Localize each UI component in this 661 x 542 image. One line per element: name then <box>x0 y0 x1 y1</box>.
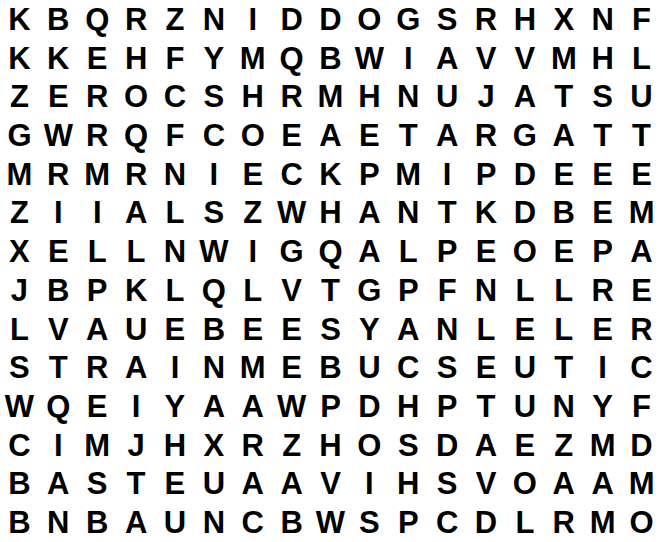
grid-cell[interactable]: M <box>622 465 661 504</box>
grid-cell[interactable]: Q <box>311 232 350 271</box>
grid-cell[interactable]: H <box>117 39 156 78</box>
grid-cell[interactable]: N <box>194 0 233 39</box>
grid-cell[interactable]: S <box>428 465 467 504</box>
grid-cell[interactable]: E <box>78 39 117 78</box>
grid-cell[interactable]: V <box>272 271 311 310</box>
grid-cell[interactable]: E <box>233 310 272 349</box>
grid-cell[interactable]: M <box>78 426 117 465</box>
grid-cell[interactable]: G <box>0 116 39 155</box>
grid-cell[interactable]: M <box>389 155 428 194</box>
grid-cell[interactable]: U <box>505 387 544 426</box>
grid-cell[interactable]: P <box>428 232 467 271</box>
grid-cell[interactable]: F <box>428 271 467 310</box>
grid-cell[interactable]: N <box>583 0 622 39</box>
grid-cell[interactable]: T <box>428 194 467 233</box>
grid-cell[interactable]: E <box>583 310 622 349</box>
grid-cell[interactable]: L <box>467 310 506 349</box>
grid-cell[interactable]: Z <box>544 426 583 465</box>
grid-cell[interactable]: R <box>272 77 311 116</box>
grid-cell[interactable]: S <box>194 194 233 233</box>
grid-cell[interactable]: I <box>39 426 78 465</box>
grid-cell[interactable]: J <box>0 271 39 310</box>
grid-cell[interactable]: T <box>544 77 583 116</box>
grid-cell[interactable]: S <box>428 348 467 387</box>
grid-cell[interactable]: N <box>156 155 195 194</box>
grid-cell[interactable]: W <box>272 194 311 233</box>
grid-cell[interactable]: I <box>194 155 233 194</box>
grid-cell[interactable]: Y <box>156 387 195 426</box>
grid-cell[interactable]: E <box>622 155 661 194</box>
grid-cell[interactable]: R <box>622 310 661 349</box>
grid-cell[interactable]: A <box>428 39 467 78</box>
grid-cell[interactable]: F <box>622 0 661 39</box>
grid-cell[interactable]: A <box>583 465 622 504</box>
grid-cell[interactable]: N <box>194 503 233 542</box>
grid-cell[interactable]: Z <box>233 194 272 233</box>
grid-cell[interactable]: N <box>389 77 428 116</box>
grid-cell[interactable]: R <box>117 155 156 194</box>
grid-cell[interactable]: W <box>0 387 39 426</box>
grid-cell[interactable]: U <box>505 348 544 387</box>
grid-cell[interactable]: E <box>544 232 583 271</box>
grid-cell[interactable]: H <box>389 465 428 504</box>
grid-cell[interactable]: Y <box>583 387 622 426</box>
grid-cell[interactable]: L <box>622 39 661 78</box>
grid-cell[interactable]: H <box>233 77 272 116</box>
grid-cell[interactable]: L <box>505 271 544 310</box>
grid-cell[interactable]: P <box>311 387 350 426</box>
grid-cell[interactable]: A <box>233 465 272 504</box>
grid-cell[interactable]: O <box>505 232 544 271</box>
grid-cell[interactable]: E <box>233 155 272 194</box>
grid-cell[interactable]: B <box>0 503 39 542</box>
grid-cell[interactable]: P <box>583 232 622 271</box>
grid-cell[interactable]: P <box>389 271 428 310</box>
grid-cell[interactable]: M <box>544 39 583 78</box>
grid-cell[interactable]: E <box>583 194 622 233</box>
grid-cell[interactable]: P <box>350 155 389 194</box>
grid-cell[interactable]: C <box>389 348 428 387</box>
grid-cell[interactable]: V <box>467 465 506 504</box>
grid-cell[interactable]: R <box>39 155 78 194</box>
grid-cell[interactable]: E <box>39 77 78 116</box>
grid-cell[interactable]: U <box>622 77 661 116</box>
grid-cell[interactable]: I <box>233 232 272 271</box>
grid-cell[interactable]: L <box>544 310 583 349</box>
grid-cell[interactable]: D <box>467 503 506 542</box>
grid-cell[interactable]: R <box>467 0 506 39</box>
grid-cell[interactable]: I <box>233 0 272 39</box>
grid-cell[interactable]: K <box>39 39 78 78</box>
grid-cell[interactable]: R <box>467 116 506 155</box>
grid-cell[interactable]: I <box>389 39 428 78</box>
grid-cell[interactable]: E <box>622 271 661 310</box>
grid-cell[interactable]: N <box>467 271 506 310</box>
grid-cell[interactable]: W <box>194 232 233 271</box>
grid-cell[interactable]: E <box>505 310 544 349</box>
grid-cell[interactable]: G <box>505 116 544 155</box>
grid-cell[interactable]: Z <box>0 77 39 116</box>
grid-cell[interactable]: D <box>311 0 350 39</box>
grid-cell[interactable]: T <box>583 116 622 155</box>
grid-cell[interactable]: U <box>350 348 389 387</box>
grid-cell[interactable]: C <box>233 503 272 542</box>
grid-cell[interactable]: K <box>467 194 506 233</box>
grid-cell[interactable]: C <box>622 348 661 387</box>
grid-cell[interactable]: A <box>389 310 428 349</box>
grid-cell[interactable]: T <box>467 387 506 426</box>
grid-cell[interactable]: I <box>78 194 117 233</box>
grid-cell[interactable]: Q <box>272 39 311 78</box>
grid-cell[interactable]: H <box>156 426 195 465</box>
grid-cell[interactable]: G <box>272 232 311 271</box>
grid-cell[interactable]: Y <box>350 310 389 349</box>
grid-cell[interactable]: L <box>505 503 544 542</box>
grid-cell[interactable]: E <box>544 155 583 194</box>
grid-cell[interactable]: X <box>194 426 233 465</box>
grid-cell[interactable]: L <box>156 194 195 233</box>
grid-cell[interactable]: O <box>622 503 661 542</box>
grid-cell[interactable]: B <box>544 194 583 233</box>
grid-cell[interactable]: E <box>505 426 544 465</box>
grid-cell[interactable]: C <box>272 155 311 194</box>
grid-cell[interactable]: T <box>311 271 350 310</box>
grid-cell[interactable]: H <box>389 387 428 426</box>
grid-cell[interactable]: N <box>389 194 428 233</box>
grid-cell[interactable]: H <box>505 0 544 39</box>
grid-cell[interactable]: R <box>78 77 117 116</box>
grid-cell[interactable]: A <box>428 116 467 155</box>
grid-cell[interactable]: H <box>311 194 350 233</box>
grid-cell[interactable]: B <box>0 465 39 504</box>
grid-cell[interactable]: E <box>78 387 117 426</box>
grid-cell[interactable]: I <box>39 194 78 233</box>
grid-cell[interactable]: K <box>0 39 39 78</box>
grid-cell[interactable]: T <box>117 465 156 504</box>
grid-cell[interactable]: O <box>233 116 272 155</box>
grid-cell[interactable]: W <box>272 387 311 426</box>
grid-cell[interactable]: R <box>117 0 156 39</box>
grid-cell[interactable]: E <box>467 348 506 387</box>
grid-cell[interactable]: P <box>389 503 428 542</box>
grid-cell[interactable]: V <box>505 39 544 78</box>
grid-cell[interactable]: N <box>544 387 583 426</box>
grid-cell[interactable]: I <box>117 387 156 426</box>
grid-cell[interactable]: E <box>272 310 311 349</box>
grid-cell[interactable]: B <box>311 348 350 387</box>
grid-cell[interactable]: L <box>78 232 117 271</box>
grid-cell[interactable]: E <box>272 116 311 155</box>
grid-cell[interactable]: M <box>233 348 272 387</box>
grid-cell[interactable]: C <box>156 77 195 116</box>
grid-cell[interactable]: N <box>156 232 195 271</box>
grid-cell[interactable]: A <box>622 232 661 271</box>
grid-cell[interactable]: S <box>389 426 428 465</box>
grid-cell[interactable]: Z <box>272 426 311 465</box>
grid-cell[interactable]: A <box>117 503 156 542</box>
grid-cell[interactable]: T <box>544 348 583 387</box>
grid-cell[interactable]: D <box>622 426 661 465</box>
grid-cell[interactable]: D <box>350 387 389 426</box>
grid-cell[interactable]: C <box>428 503 467 542</box>
grid-cell[interactable]: C <box>0 426 39 465</box>
grid-cell[interactable]: U <box>194 465 233 504</box>
grid-cell[interactable]: Q <box>194 271 233 310</box>
grid-cell[interactable]: I <box>583 348 622 387</box>
grid-cell[interactable]: M <box>583 503 622 542</box>
grid-cell[interactable]: V <box>467 39 506 78</box>
grid-cell[interactable]: G <box>350 271 389 310</box>
grid-cell[interactable]: S <box>428 0 467 39</box>
grid-cell[interactable]: L <box>156 271 195 310</box>
grid-cell[interactable]: K <box>311 155 350 194</box>
grid-cell[interactable]: O <box>505 465 544 504</box>
grid-cell[interactable]: S <box>194 77 233 116</box>
grid-cell[interactable]: S <box>0 348 39 387</box>
grid-cell[interactable]: K <box>0 0 39 39</box>
grid-cell[interactable]: B <box>78 503 117 542</box>
grid-cell[interactable]: R <box>544 503 583 542</box>
grid-cell[interactable]: M <box>233 39 272 78</box>
grid-cell[interactable]: P <box>467 155 506 194</box>
grid-cell[interactable]: Z <box>0 194 39 233</box>
grid-cell[interactable]: U <box>156 503 195 542</box>
grid-cell[interactable]: A <box>467 426 506 465</box>
grid-cell[interactable]: I <box>350 465 389 504</box>
grid-cell[interactable]: K <box>117 271 156 310</box>
grid-cell[interactable]: A <box>311 116 350 155</box>
grid-cell[interactable]: N <box>428 310 467 349</box>
grid-cell[interactable]: T <box>39 348 78 387</box>
grid-cell[interactable]: Y <box>194 39 233 78</box>
grid-cell[interactable]: V <box>311 465 350 504</box>
grid-cell[interactable]: B <box>272 503 311 542</box>
grid-cell[interactable]: E <box>156 465 195 504</box>
grid-cell[interactable]: W <box>39 116 78 155</box>
grid-cell[interactable]: L <box>389 232 428 271</box>
grid-cell[interactable]: R <box>78 116 117 155</box>
grid-cell[interactable]: A <box>544 116 583 155</box>
grid-cell[interactable]: F <box>156 39 195 78</box>
grid-cell[interactable]: P <box>428 387 467 426</box>
grid-cell[interactable]: P <box>78 271 117 310</box>
grid-cell[interactable]: S <box>78 465 117 504</box>
grid-cell[interactable]: I <box>156 348 195 387</box>
grid-cell[interactable]: R <box>583 271 622 310</box>
grid-cell[interactable]: H <box>350 77 389 116</box>
grid-cell[interactable]: Q <box>117 116 156 155</box>
grid-cell[interactable]: M <box>311 77 350 116</box>
grid-cell[interactable]: D <box>272 0 311 39</box>
grid-cell[interactable]: M <box>78 155 117 194</box>
grid-cell[interactable]: O <box>350 0 389 39</box>
grid-cell[interactable]: L <box>233 271 272 310</box>
grid-cell[interactable]: X <box>544 0 583 39</box>
grid-cell[interactable]: M <box>0 155 39 194</box>
grid-cell[interactable]: S <box>583 77 622 116</box>
grid-cell[interactable]: H <box>311 426 350 465</box>
grid-cell[interactable]: E <box>467 232 506 271</box>
grid-cell[interactable]: A <box>505 77 544 116</box>
grid-cell[interactable]: E <box>350 116 389 155</box>
grid-cell[interactable]: E <box>583 155 622 194</box>
grid-cell[interactable]: F <box>622 387 661 426</box>
grid-cell[interactable]: A <box>544 465 583 504</box>
grid-cell[interactable]: L <box>117 232 156 271</box>
grid-cell[interactable]: A <box>350 194 389 233</box>
grid-cell[interactable]: Q <box>78 0 117 39</box>
grid-cell[interactable]: Q <box>39 387 78 426</box>
grid-cell[interactable]: A <box>117 348 156 387</box>
grid-cell[interactable]: U <box>117 310 156 349</box>
word-search-grid: KBQRZNIDDOGSRHXNFKKEHFYMQBWIAVVMHLZEROCS… <box>0 0 661 542</box>
grid-cell[interactable]: B <box>311 39 350 78</box>
grid-cell[interactable]: B <box>194 310 233 349</box>
grid-cell[interactable]: B <box>39 0 78 39</box>
grid-cell[interactable]: C <box>194 116 233 155</box>
grid-cell[interactable]: I <box>428 155 467 194</box>
grid-cell[interactable]: A <box>233 387 272 426</box>
grid-cell[interactable]: T <box>389 116 428 155</box>
grid-cell[interactable]: D <box>428 426 467 465</box>
grid-cell[interactable]: O <box>350 426 389 465</box>
grid-cell[interactable]: N <box>39 503 78 542</box>
grid-cell[interactable]: L <box>544 271 583 310</box>
grid-cell[interactable]: M <box>622 194 661 233</box>
grid-cell[interactable]: L <box>0 310 39 349</box>
grid-cell[interactable]: F <box>156 116 195 155</box>
grid-cell[interactable]: X <box>0 232 39 271</box>
grid-cell[interactable]: U <box>428 77 467 116</box>
grid-cell[interactable]: E <box>156 310 195 349</box>
grid-cell[interactable]: W <box>350 39 389 78</box>
grid-cell[interactable]: D <box>505 155 544 194</box>
grid-cell[interactable]: R <box>233 426 272 465</box>
grid-cell[interactable]: S <box>350 503 389 542</box>
grid-cell[interactable]: W <box>311 503 350 542</box>
grid-cell[interactable]: V <box>39 310 78 349</box>
grid-cell[interactable]: G <box>389 0 428 39</box>
grid-cell[interactable]: O <box>117 77 156 116</box>
grid-cell[interactable]: M <box>583 426 622 465</box>
grid-cell[interactable]: A <box>272 465 311 504</box>
grid-cell[interactable]: D <box>505 194 544 233</box>
grid-cell[interactable]: A <box>78 310 117 349</box>
grid-cell[interactable]: B <box>39 271 78 310</box>
grid-cell[interactable]: E <box>39 232 78 271</box>
grid-cell[interactable]: T <box>622 116 661 155</box>
grid-cell[interactable]: A <box>117 194 156 233</box>
grid-cell[interactable]: J <box>467 77 506 116</box>
grid-cell[interactable]: H <box>583 39 622 78</box>
grid-cell[interactable]: Z <box>156 0 195 39</box>
grid-cell[interactable]: N <box>194 348 233 387</box>
grid-cell[interactable]: A <box>39 465 78 504</box>
grid-cell[interactable]: S <box>311 310 350 349</box>
grid-cell[interactable]: A <box>194 387 233 426</box>
grid-cell[interactable]: R <box>78 348 117 387</box>
grid-cell[interactable]: J <box>117 426 156 465</box>
grid-cell[interactable]: E <box>272 348 311 387</box>
grid-cell[interactable]: A <box>350 232 389 271</box>
